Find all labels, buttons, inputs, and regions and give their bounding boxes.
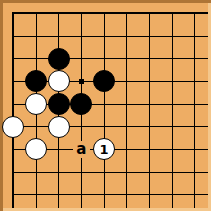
black-stone [48,48,70,70]
grid-line-horizontal [12,194,208,195]
move-number: 1 [100,142,109,156]
grid-line-horizontal [12,12,208,14]
grid-line-vertical [172,12,173,208]
white-stone [48,70,70,92]
board-frame-bottom [0,208,211,211]
grid-line-vertical [12,12,14,208]
hoshi-star-point [79,79,84,84]
white-stone [2,116,24,138]
board-frame-top [0,0,211,3]
point-label-a: a [73,141,90,158]
board-frame-right [208,0,211,211]
grid-line-vertical [104,12,105,208]
go-board: a1 [0,0,211,211]
white-stone [25,93,47,115]
white-stone [48,116,70,138]
grid-line-horizontal [12,126,208,127]
black-stone [48,93,70,115]
grid-line-horizontal [12,58,208,59]
grid-line-vertical [149,12,150,208]
grid-line-vertical [194,12,195,208]
grid-line-horizontal [12,36,208,37]
board-frame-left [0,0,3,211]
grid-line-horizontal [12,172,208,173]
grid-line-vertical [126,12,127,208]
